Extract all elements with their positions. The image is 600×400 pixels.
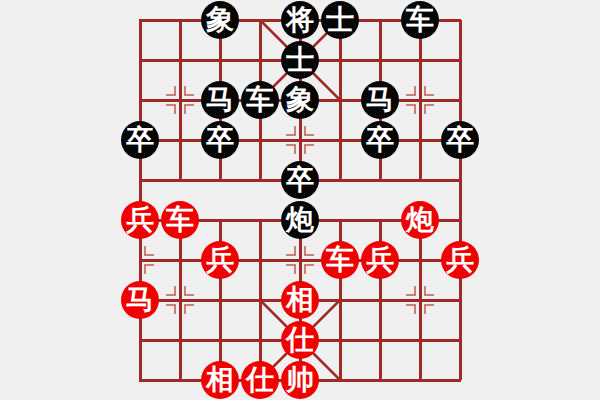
black-horse[interactable]: 马: [361, 81, 399, 119]
intersection-7-1[interactable]: [400, 40, 440, 80]
intersection-0-4[interactable]: [120, 160, 160, 200]
intersection-5-7[interactable]: [320, 280, 360, 320]
intersection-2-8[interactable]: [200, 320, 240, 360]
intersection-3-0[interactable]: [240, 0, 280, 40]
black-chariot[interactable]: 车: [241, 81, 279, 119]
intersection-0-8[interactable]: [120, 320, 160, 360]
intersection-1-4[interactable]: [160, 160, 200, 200]
intersection-7-6[interactable]: [400, 240, 440, 280]
intersection-3-5[interactable]: [240, 200, 280, 240]
black-soldier[interactable]: 卒: [281, 161, 319, 199]
red-chariot[interactable]: 车: [161, 201, 199, 239]
intersection-3-7[interactable]: [240, 280, 280, 320]
black-elephant[interactable]: 象: [281, 81, 319, 119]
red-advisor[interactable]: 仕: [281, 321, 319, 359]
intersection-4-1[interactable]: 士: [280, 40, 320, 80]
board-intersections: 象将士车士马车象马卒卒卒卒卒兵车炮炮兵车兵兵马相仕相仕帅: [120, 0, 480, 400]
intersection-8-9[interactable]: [440, 360, 480, 400]
intersection-2-3[interactable]: 卒: [200, 120, 240, 160]
black-horse[interactable]: 马: [201, 81, 239, 119]
intersection-6-2[interactable]: 马: [360, 80, 400, 120]
intersection-2-0[interactable]: 象: [200, 0, 240, 40]
intersection-7-5[interactable]: 炮: [400, 200, 440, 240]
intersection-3-6[interactable]: [240, 240, 280, 280]
intersection-3-9[interactable]: 仕: [240, 360, 280, 400]
intersection-8-6[interactable]: 兵: [440, 240, 480, 280]
intersection-3-2[interactable]: 车: [240, 80, 280, 120]
intersection-1-7[interactable]: [160, 280, 200, 320]
intersection-0-2[interactable]: [120, 80, 160, 120]
intersection-0-0[interactable]: [120, 0, 160, 40]
intersection-1-6[interactable]: [160, 240, 200, 280]
intersection-5-4[interactable]: [320, 160, 360, 200]
intersection-1-1[interactable]: [160, 40, 200, 80]
red-advisor[interactable]: 仕: [241, 361, 279, 399]
intersection-5-3[interactable]: [320, 120, 360, 160]
red-soldier[interactable]: 兵: [201, 241, 239, 279]
intersection-6-0[interactable]: [360, 0, 400, 40]
xiangqi-board: 象将士车士马车象马卒卒卒卒卒兵车炮炮兵车兵兵马相仕相仕帅: [0, 0, 600, 400]
intersection-8-7[interactable]: [440, 280, 480, 320]
intersection-6-1[interactable]: [360, 40, 400, 80]
intersection-4-0[interactable]: 将: [280, 0, 320, 40]
intersection-5-2[interactable]: [320, 80, 360, 120]
intersection-8-3[interactable]: 卒: [440, 120, 480, 160]
red-elephant[interactable]: 相: [281, 281, 319, 319]
intersection-5-6[interactable]: 车: [320, 240, 360, 280]
intersection-7-3[interactable]: [400, 120, 440, 160]
black-general[interactable]: 将: [281, 1, 319, 39]
intersection-4-8[interactable]: 仕: [280, 320, 320, 360]
intersection-7-0[interactable]: 车: [400, 0, 440, 40]
intersection-0-6[interactable]: [120, 240, 160, 280]
intersection-6-6[interactable]: 兵: [360, 240, 400, 280]
intersection-7-7[interactable]: [400, 280, 440, 320]
intersection-8-8[interactable]: [440, 320, 480, 360]
intersection-0-1[interactable]: [120, 40, 160, 80]
intersection-0-7[interactable]: 马: [120, 280, 160, 320]
intersection-2-9[interactable]: 相: [200, 360, 240, 400]
intersection-4-5[interactable]: 炮: [280, 200, 320, 240]
red-elephant[interactable]: 相: [201, 361, 239, 399]
black-soldier[interactable]: 卒: [201, 121, 239, 159]
intersection-2-4[interactable]: [200, 160, 240, 200]
intersection-1-9[interactable]: [160, 360, 200, 400]
intersection-4-4[interactable]: 卒: [280, 160, 320, 200]
intersection-1-3[interactable]: [160, 120, 200, 160]
intersection-6-5[interactable]: [360, 200, 400, 240]
intersection-6-9[interactable]: [360, 360, 400, 400]
intersection-0-9[interactable]: [120, 360, 160, 400]
black-chariot[interactable]: 车: [401, 1, 439, 39]
intersection-3-1[interactable]: [240, 40, 280, 80]
black-elephant[interactable]: 象: [201, 1, 239, 39]
red-cannon[interactable]: 炮: [401, 201, 439, 239]
intersection-1-5[interactable]: 车: [160, 200, 200, 240]
intersection-6-8[interactable]: [360, 320, 400, 360]
intersection-7-4[interactable]: [400, 160, 440, 200]
intersection-0-5[interactable]: 兵: [120, 200, 160, 240]
red-horse[interactable]: 马: [121, 281, 159, 319]
black-soldier[interactable]: 卒: [441, 121, 479, 159]
intersection-2-6[interactable]: 兵: [200, 240, 240, 280]
intersection-6-4[interactable]: [360, 160, 400, 200]
intersection-4-6[interactable]: [280, 240, 320, 280]
intersection-7-2[interactable]: [400, 80, 440, 120]
intersection-2-2[interactable]: 马: [200, 80, 240, 120]
intersection-8-4[interactable]: [440, 160, 480, 200]
intersection-4-9[interactable]: 帅: [280, 360, 320, 400]
black-soldier[interactable]: 卒: [361, 121, 399, 159]
intersection-1-2[interactable]: [160, 80, 200, 120]
black-advisor[interactable]: 士: [321, 1, 359, 39]
intersection-2-1[interactable]: [200, 40, 240, 80]
black-soldier[interactable]: 卒: [121, 121, 159, 159]
intersection-3-3[interactable]: [240, 120, 280, 160]
intersection-8-2[interactable]: [440, 80, 480, 120]
intersection-5-5[interactable]: [320, 200, 360, 240]
intersection-7-9[interactable]: [400, 360, 440, 400]
intersection-5-0[interactable]: 士: [320, 0, 360, 40]
intersection-6-3[interactable]: 卒: [360, 120, 400, 160]
red-chariot[interactable]: 车: [321, 241, 359, 279]
intersection-4-3[interactable]: [280, 120, 320, 160]
black-advisor[interactable]: 士: [281, 41, 319, 79]
red-soldier[interactable]: 兵: [121, 201, 159, 239]
intersection-4-2[interactable]: 象: [280, 80, 320, 120]
intersection-4-7[interactable]: 相: [280, 280, 320, 320]
intersection-1-0[interactable]: [160, 0, 200, 40]
red-general[interactable]: 帅: [281, 361, 319, 399]
red-soldier[interactable]: 兵: [361, 241, 399, 279]
intersection-1-8[interactable]: [160, 320, 200, 360]
intersection-7-8[interactable]: [400, 320, 440, 360]
intersection-3-4[interactable]: [240, 160, 280, 200]
intersection-5-8[interactable]: [320, 320, 360, 360]
intersection-8-0[interactable]: [440, 0, 480, 40]
red-soldier[interactable]: 兵: [441, 241, 479, 279]
intersection-5-9[interactable]: [320, 360, 360, 400]
intersection-5-1[interactable]: [320, 40, 360, 80]
intersection-2-5[interactable]: [200, 200, 240, 240]
intersection-3-8[interactable]: [240, 320, 280, 360]
intersection-8-5[interactable]: [440, 200, 480, 240]
intersection-0-3[interactable]: 卒: [120, 120, 160, 160]
intersection-8-1[interactable]: [440, 40, 480, 80]
intersection-6-7[interactable]: [360, 280, 400, 320]
intersection-2-7[interactable]: [200, 280, 240, 320]
black-cannon[interactable]: 炮: [281, 201, 319, 239]
